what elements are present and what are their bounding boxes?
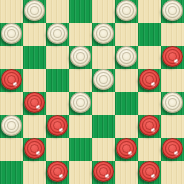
square-r6c2 — [46, 138, 69, 161]
square-r1c5 — [115, 23, 138, 46]
square-r1c7 — [161, 23, 184, 46]
white-man-piece[interactable] — [162, 92, 183, 113]
square-r3c0[interactable] — [0, 69, 23, 92]
square-r7c7 — [161, 161, 184, 184]
square-r2c2 — [46, 46, 69, 69]
white-man-piece[interactable] — [47, 23, 68, 44]
square-r2c0 — [0, 46, 23, 69]
square-r1c3 — [69, 23, 92, 46]
square-r5c7 — [161, 115, 184, 138]
red-man-piece[interactable] — [1, 69, 22, 90]
red-man-piece[interactable] — [162, 46, 183, 67]
square-r0c0 — [0, 0, 23, 23]
square-r2c1[interactable] — [23, 46, 46, 69]
square-r3c6[interactable] — [138, 69, 161, 92]
square-r5c1 — [23, 115, 46, 138]
square-r2c7[interactable] — [161, 46, 184, 69]
red-man-piece[interactable] — [116, 138, 137, 159]
white-man-piece[interactable] — [70, 46, 91, 67]
white-man-piece[interactable] — [93, 69, 114, 90]
square-r1c6[interactable] — [138, 23, 161, 46]
square-r7c6[interactable] — [138, 161, 161, 184]
white-man-piece[interactable] — [116, 46, 137, 67]
red-man-piece[interactable] — [47, 115, 68, 136]
square-r6c3[interactable] — [69, 138, 92, 161]
red-man-piece[interactable] — [93, 161, 114, 182]
square-r3c1 — [23, 69, 46, 92]
white-man-piece[interactable] — [116, 0, 137, 21]
square-r6c5[interactable] — [115, 138, 138, 161]
square-r1c2[interactable] — [46, 23, 69, 46]
square-r0c4 — [92, 0, 115, 23]
square-r1c1 — [23, 23, 46, 46]
white-man-piece[interactable] — [1, 23, 22, 44]
square-r4c2 — [46, 92, 69, 115]
square-r4c0 — [0, 92, 23, 115]
square-r2c5[interactable] — [115, 46, 138, 69]
square-r3c4[interactable] — [92, 69, 115, 92]
square-r2c4 — [92, 46, 115, 69]
white-man-piece[interactable] — [162, 0, 183, 21]
square-r4c5[interactable] — [115, 92, 138, 115]
square-r6c4 — [92, 138, 115, 161]
square-r5c3 — [69, 115, 92, 138]
red-man-piece[interactable] — [139, 161, 160, 182]
square-r2c3[interactable] — [69, 46, 92, 69]
square-r7c5 — [115, 161, 138, 184]
square-r4c7[interactable] — [161, 92, 184, 115]
square-r4c6 — [138, 92, 161, 115]
white-man-piece[interactable] — [70, 92, 91, 113]
white-man-piece[interactable] — [24, 0, 45, 21]
white-man-piece[interactable] — [93, 23, 114, 44]
square-r5c2[interactable] — [46, 115, 69, 138]
square-r0c3[interactable] — [69, 0, 92, 23]
square-r4c1[interactable] — [23, 92, 46, 115]
red-man-piece[interactable] — [24, 138, 45, 159]
square-r4c3[interactable] — [69, 92, 92, 115]
square-r0c1[interactable] — [23, 0, 46, 23]
square-r5c0[interactable] — [0, 115, 23, 138]
square-r4c4 — [92, 92, 115, 115]
square-r1c4[interactable] — [92, 23, 115, 46]
square-r0c2 — [46, 0, 69, 23]
square-r7c2[interactable] — [46, 161, 69, 184]
red-man-piece[interactable] — [47, 161, 68, 182]
square-r7c4[interactable] — [92, 161, 115, 184]
square-r3c7 — [161, 69, 184, 92]
square-r3c5 — [115, 69, 138, 92]
square-r7c3 — [69, 161, 92, 184]
square-r0c5[interactable] — [115, 0, 138, 23]
square-r0c7[interactable] — [161, 0, 184, 23]
square-r6c0 — [0, 138, 23, 161]
square-r2c6 — [138, 46, 161, 69]
red-man-piece[interactable] — [139, 115, 160, 136]
white-man-piece[interactable] — [1, 115, 22, 136]
square-r6c1[interactable] — [23, 138, 46, 161]
square-r3c3 — [69, 69, 92, 92]
red-man-piece[interactable] — [24, 92, 45, 113]
checkers-board — [0, 0, 184, 184]
square-r6c7[interactable] — [161, 138, 184, 161]
square-r7c0[interactable] — [0, 161, 23, 184]
red-man-piece[interactable] — [162, 138, 183, 159]
square-r5c6[interactable] — [138, 115, 161, 138]
square-r5c4[interactable] — [92, 115, 115, 138]
square-r1c0[interactable] — [0, 23, 23, 46]
square-r5c5 — [115, 115, 138, 138]
square-r3c2[interactable] — [46, 69, 69, 92]
square-r6c6 — [138, 138, 161, 161]
square-r0c6 — [138, 0, 161, 23]
red-man-piece[interactable] — [139, 69, 160, 90]
square-r7c1 — [23, 161, 46, 184]
